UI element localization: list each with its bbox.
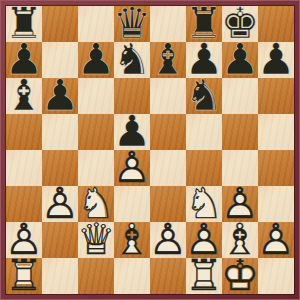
- square-f3[interactable]: ♞♘: [186, 186, 222, 222]
- white-pawn-icon: ♟♙: [6, 222, 42, 258]
- black-bishop-icon: ♝: [6, 78, 42, 114]
- black-rook-icon: ♜: [6, 6, 42, 42]
- square-h4[interactable]: [258, 150, 294, 186]
- square-g1[interactable]: ♚♔: [222, 258, 258, 294]
- square-g4[interactable]: [222, 150, 258, 186]
- square-b3[interactable]: ♟♙: [42, 186, 78, 222]
- square-b2[interactable]: [42, 222, 78, 258]
- black-pawn-icon: ♟: [222, 42, 258, 78]
- black-knight-icon: ♞: [114, 42, 150, 78]
- black-pawn-icon: ♟: [258, 42, 294, 78]
- chess-board-frame: ♜♛♜♚♟♟♞♝♟♟♟♝♟♞♟♟♙♟♙♞♘♞♘♟♙♟♙♛♕♝♗♟♙♟♙♝♗♟♙♜…: [0, 0, 300, 300]
- white-knight-icon: ♞♘: [78, 186, 114, 222]
- square-h5[interactable]: [258, 114, 294, 150]
- black-queen-icon: ♛: [114, 6, 150, 42]
- square-h6[interactable]: [258, 78, 294, 114]
- white-pawn-icon: ♟♙: [42, 186, 78, 222]
- square-d6[interactable]: [114, 78, 150, 114]
- square-h8[interactable]: [258, 6, 294, 42]
- square-b5[interactable]: [42, 114, 78, 150]
- square-g6[interactable]: [222, 78, 258, 114]
- white-bishop-icon: ♝♗: [114, 222, 150, 258]
- square-c2[interactable]: ♛♕: [78, 222, 114, 258]
- square-e5[interactable]: [150, 114, 186, 150]
- square-c1[interactable]: [78, 258, 114, 294]
- square-c4[interactable]: [78, 150, 114, 186]
- square-e2[interactable]: ♟♙: [150, 222, 186, 258]
- square-b8[interactable]: [42, 6, 78, 42]
- square-g7[interactable]: ♟: [222, 42, 258, 78]
- square-g8[interactable]: ♚: [222, 6, 258, 42]
- white-pawn-icon: ♟♙: [150, 222, 186, 258]
- square-e7[interactable]: ♝: [150, 42, 186, 78]
- white-pawn-icon: ♟♙: [186, 222, 222, 258]
- square-g3[interactable]: ♟♙: [222, 186, 258, 222]
- square-a1[interactable]: ♜♖: [6, 258, 42, 294]
- square-e3[interactable]: [150, 186, 186, 222]
- square-c7[interactable]: ♟: [78, 42, 114, 78]
- black-pawn-icon: ♟: [114, 114, 150, 150]
- square-a5[interactable]: [6, 114, 42, 150]
- square-b7[interactable]: [42, 42, 78, 78]
- square-f4[interactable]: [186, 150, 222, 186]
- square-f8[interactable]: ♜: [186, 6, 222, 42]
- black-king-icon: ♚: [222, 6, 258, 42]
- square-d2[interactable]: ♝♗: [114, 222, 150, 258]
- square-h7[interactable]: ♟: [258, 42, 294, 78]
- square-c5[interactable]: [78, 114, 114, 150]
- black-pawn-icon: ♟: [42, 78, 78, 114]
- square-e6[interactable]: [150, 78, 186, 114]
- square-a7[interactable]: ♟: [6, 42, 42, 78]
- black-pawn-icon: ♟: [78, 42, 114, 78]
- square-d1[interactable]: [114, 258, 150, 294]
- square-d5[interactable]: ♟: [114, 114, 150, 150]
- black-rook-icon: ♜: [186, 6, 222, 42]
- white-rook-icon: ♜♖: [6, 258, 42, 294]
- square-c8[interactable]: [78, 6, 114, 42]
- square-b1[interactable]: [42, 258, 78, 294]
- square-c6[interactable]: [78, 78, 114, 114]
- square-f7[interactable]: ♟: [186, 42, 222, 78]
- white-pawn-icon: ♟♙: [258, 222, 294, 258]
- black-bishop-icon: ♝: [150, 42, 186, 78]
- square-d4[interactable]: ♟♙: [114, 150, 150, 186]
- square-f5[interactable]: [186, 114, 222, 150]
- white-rook-icon: ♜♖: [186, 258, 222, 294]
- black-pawn-icon: ♟: [186, 42, 222, 78]
- white-pawn-icon: ♟♙: [114, 150, 150, 186]
- white-queen-icon: ♛♕: [78, 222, 114, 258]
- square-d7[interactable]: ♞: [114, 42, 150, 78]
- square-a6[interactable]: ♝: [6, 78, 42, 114]
- square-e8[interactable]: [150, 6, 186, 42]
- black-knight-icon: ♞: [186, 78, 222, 114]
- square-g2[interactable]: ♝♗: [222, 222, 258, 258]
- white-pawn-icon: ♟♙: [222, 186, 258, 222]
- square-a4[interactable]: [6, 150, 42, 186]
- chess-board: ♜♛♜♚♟♟♞♝♟♟♟♝♟♞♟♟♙♟♙♞♘♞♘♟♙♟♙♛♕♝♗♟♙♟♙♝♗♟♙♜…: [6, 6, 294, 294]
- square-d3[interactable]: [114, 186, 150, 222]
- square-b4[interactable]: [42, 150, 78, 186]
- square-h3[interactable]: [258, 186, 294, 222]
- square-f1[interactable]: ♜♖: [186, 258, 222, 294]
- square-g5[interactable]: [222, 114, 258, 150]
- black-pawn-icon: ♟: [6, 42, 42, 78]
- square-a2[interactable]: ♟♙: [6, 222, 42, 258]
- white-knight-icon: ♞♘: [186, 186, 222, 222]
- square-b6[interactable]: ♟: [42, 78, 78, 114]
- square-h2[interactable]: ♟♙: [258, 222, 294, 258]
- white-king-icon: ♚♔: [222, 258, 258, 294]
- white-bishop-icon: ♝♗: [222, 222, 258, 258]
- square-f2[interactable]: ♟♙: [186, 222, 222, 258]
- square-a3[interactable]: [6, 186, 42, 222]
- square-e4[interactable]: [150, 150, 186, 186]
- square-e1[interactable]: [150, 258, 186, 294]
- square-a8[interactable]: ♜: [6, 6, 42, 42]
- square-h1[interactable]: [258, 258, 294, 294]
- square-f6[interactable]: ♞: [186, 78, 222, 114]
- square-d8[interactable]: ♛: [114, 6, 150, 42]
- square-c3[interactable]: ♞♘: [78, 186, 114, 222]
